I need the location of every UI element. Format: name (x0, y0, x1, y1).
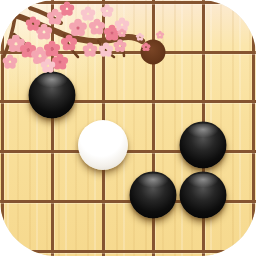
grid-line-vertical (51, 0, 54, 256)
star-point-dot (141, 40, 166, 65)
grid-line-vertical (252, 0, 255, 256)
grid-line-horizontal (0, 250, 256, 253)
grid-line-horizontal (0, 1, 256, 4)
black-stone (130, 172, 177, 219)
grid-line-horizontal (0, 51, 256, 54)
black-stone (180, 122, 227, 169)
black-stone (180, 172, 227, 219)
white-stone (78, 120, 128, 170)
grid-line-vertical (1, 0, 4, 256)
go-board (0, 0, 256, 256)
black-stone (29, 72, 76, 119)
app-icon[interactable] (0, 0, 256, 256)
